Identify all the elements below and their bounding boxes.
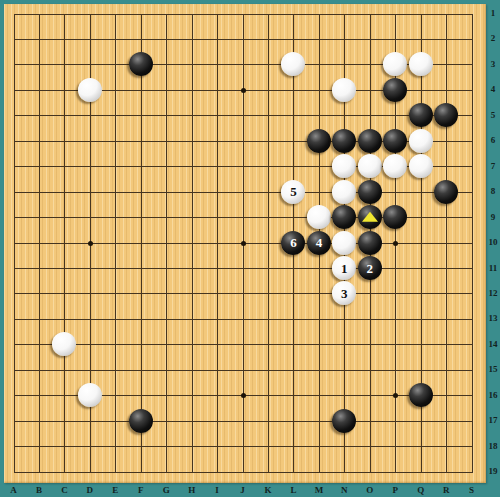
- stone-P3[interactable]: [383, 52, 407, 76]
- column-label-Q: Q: [414, 486, 428, 495]
- stone-M6[interactable]: [307, 129, 331, 153]
- row-label-12: 12: [486, 289, 500, 298]
- column-label-G: G: [159, 486, 173, 495]
- star-point: [88, 241, 93, 246]
- grid-line-vertical: [472, 14, 473, 473]
- stone-N17[interactable]: [332, 409, 356, 433]
- stone-N10[interactable]: [332, 231, 356, 255]
- row-label-16: 16: [486, 391, 500, 400]
- stone-M10[interactable]: 4: [307, 231, 331, 255]
- star-point: [393, 241, 398, 246]
- column-label-S: S: [465, 486, 479, 495]
- grid-line-horizontal: [14, 421, 473, 422]
- stone-O8[interactable]: [358, 180, 382, 204]
- stone-M9[interactable]: [307, 205, 331, 229]
- stone-N9[interactable]: [332, 205, 356, 229]
- column-label-N: N: [337, 486, 351, 495]
- column-label-A: A: [7, 486, 21, 495]
- star-point: [241, 241, 246, 246]
- stone-Q7[interactable]: [409, 154, 433, 178]
- row-label-3: 3: [486, 60, 500, 69]
- stone-L10[interactable]: 6: [281, 231, 305, 255]
- stone-Q6[interactable]: [409, 129, 433, 153]
- column-label-J: J: [236, 486, 250, 495]
- stone-N12[interactable]: 3: [332, 281, 356, 305]
- stone-O11[interactable]: 2: [358, 256, 382, 280]
- stone-P4[interactable]: [383, 78, 407, 102]
- row-label-13: 13: [486, 314, 500, 323]
- column-label-L: L: [286, 486, 300, 495]
- move-number: 5: [290, 185, 297, 198]
- triangle-marker-icon: [362, 212, 378, 222]
- row-label-9: 9: [486, 213, 500, 222]
- move-number: 4: [316, 236, 323, 249]
- stone-N11[interactable]: 1: [332, 256, 356, 280]
- grid-line-vertical: [446, 14, 447, 473]
- row-label-8: 8: [486, 187, 500, 196]
- stone-D16[interactable]: [78, 383, 102, 407]
- grid-line-horizontal: [14, 268, 473, 269]
- column-label-D: D: [83, 486, 97, 495]
- row-label-11: 11: [486, 264, 500, 273]
- grid-line-horizontal: [14, 319, 473, 320]
- column-label-E: E: [108, 486, 122, 495]
- row-label-10: 10: [486, 238, 500, 247]
- go-diagram-window: 564123 12345678910111213141516171819ABCD…: [0, 0, 500, 497]
- column-label-H: H: [185, 486, 199, 495]
- row-label-18: 18: [486, 442, 500, 451]
- stone-N4[interactable]: [332, 78, 356, 102]
- stone-R8[interactable]: [434, 180, 458, 204]
- stone-P9[interactable]: [383, 205, 407, 229]
- move-number: 3: [341, 287, 348, 300]
- row-label-2: 2: [486, 34, 500, 43]
- stone-F17[interactable]: [129, 409, 153, 433]
- column-label-K: K: [261, 486, 275, 495]
- grid-line-horizontal: [14, 472, 473, 473]
- move-number: 2: [367, 262, 374, 275]
- column-label-C: C: [57, 486, 71, 495]
- row-label-17: 17: [486, 416, 500, 425]
- grid-line-vertical: [268, 14, 269, 473]
- row-label-15: 15: [486, 365, 500, 374]
- row-label-19: 19: [486, 467, 500, 476]
- row-label-7: 7: [486, 162, 500, 171]
- row-label-1: 1: [486, 9, 500, 18]
- stone-N6[interactable]: [332, 129, 356, 153]
- column-label-B: B: [32, 486, 46, 495]
- stone-L3[interactable]: [281, 52, 305, 76]
- stone-O10[interactable]: [358, 231, 382, 255]
- grid-line-horizontal: [14, 370, 473, 371]
- stone-P6[interactable]: [383, 129, 407, 153]
- stone-F3[interactable]: [129, 52, 153, 76]
- column-label-P: P: [388, 486, 402, 495]
- stone-O9[interactable]: [358, 205, 382, 229]
- column-label-M: M: [312, 486, 326, 495]
- stone-D4[interactable]: [78, 78, 102, 102]
- go-board[interactable]: 564123: [4, 4, 486, 483]
- star-point: [393, 393, 398, 398]
- grid-line-horizontal: [14, 344, 473, 345]
- move-number: 6: [290, 236, 297, 249]
- row-label-14: 14: [486, 340, 500, 349]
- stone-P7[interactable]: [383, 154, 407, 178]
- grid-line-horizontal: [14, 446, 473, 447]
- stone-Q5[interactable]: [409, 103, 433, 127]
- column-label-F: F: [134, 486, 148, 495]
- column-label-O: O: [363, 486, 377, 495]
- star-point: [241, 393, 246, 398]
- row-label-6: 6: [486, 136, 500, 145]
- stone-O6[interactable]: [358, 129, 382, 153]
- move-number: 1: [341, 262, 348, 275]
- row-label-4: 4: [486, 85, 500, 94]
- column-label-I: I: [210, 486, 224, 495]
- stone-C14[interactable]: [52, 332, 76, 356]
- star-point: [241, 88, 246, 93]
- stone-L8[interactable]: 5: [281, 180, 305, 204]
- column-label-R: R: [439, 486, 453, 495]
- stone-Q3[interactable]: [409, 52, 433, 76]
- stone-N7[interactable]: [332, 154, 356, 178]
- row-label-5: 5: [486, 111, 500, 120]
- grid-line-horizontal: [14, 293, 473, 294]
- stone-N8[interactable]: [332, 180, 356, 204]
- stone-O7[interactable]: [358, 154, 382, 178]
- stone-R5[interactable]: [434, 103, 458, 127]
- stone-Q16[interactable]: [409, 383, 433, 407]
